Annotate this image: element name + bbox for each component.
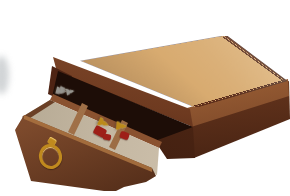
gold-pawn: ♟ — [114, 119, 129, 133]
gold-pawn: ♟ — [94, 114, 112, 131]
silver-pawn: ♟ — [64, 87, 75, 98]
chess-box-photo: ♞♟♟♟ — [0, 0, 290, 196]
